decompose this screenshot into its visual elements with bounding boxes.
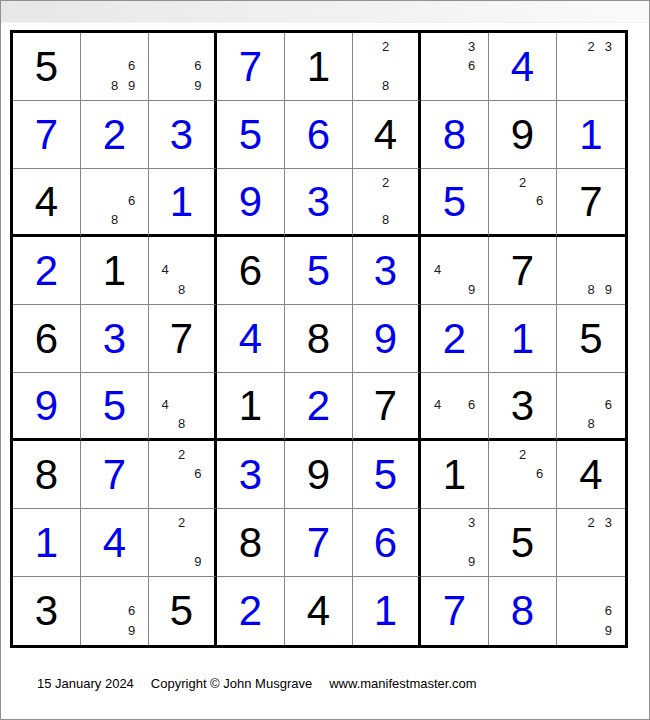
- entered-digit: 9: [353, 305, 418, 372]
- candidate-9: 9: [463, 280, 480, 299]
- cell-r6c9[interactable]: 68: [557, 373, 625, 441]
- candidate-empty: [89, 173, 106, 192]
- cell-r4c2[interactable]: 1: [81, 237, 149, 305]
- cell-r6c2[interactable]: 5: [81, 373, 149, 441]
- cell-r9c5[interactable]: 4: [285, 577, 353, 645]
- entered-digit: 6: [353, 509, 418, 576]
- entered-digit: 1: [353, 577, 418, 645]
- cell-r7c5[interactable]: 9: [285, 441, 353, 509]
- cell-r2c6[interactable]: 4: [353, 101, 421, 169]
- candidate-empty: [600, 581, 617, 601]
- candidate-empty: [394, 76, 410, 95]
- candidate-empty: [190, 37, 206, 56]
- candidates: 48: [149, 373, 214, 438]
- cell-r8c3[interactable]: 29: [149, 509, 217, 577]
- candidate-empty: [565, 260, 582, 279]
- cell-r1c2[interactable]: 689: [81, 33, 149, 101]
- entered-digit: 5: [285, 237, 352, 304]
- cell-r7c7[interactable]: 1: [421, 441, 489, 509]
- candidate-empty: [157, 484, 173, 503]
- cell-r8c8[interactable]: 5: [489, 509, 557, 577]
- candidate-3: 3: [463, 37, 480, 56]
- candidate-empty: [446, 377, 463, 396]
- cell-r9c9[interactable]: 69: [557, 577, 625, 645]
- cell-r3c6[interactable]: 28: [353, 169, 421, 237]
- cell-r8c1[interactable]: 1: [13, 509, 81, 577]
- cell-r9c8[interactable]: 8: [489, 577, 557, 645]
- candidate-empty: [582, 76, 599, 95]
- candidates: 48: [149, 237, 214, 304]
- candidate-empty: [106, 601, 123, 621]
- given-digit: 5: [489, 509, 556, 576]
- candidate-empty: [190, 414, 206, 433]
- candidate-empty: [173, 532, 189, 551]
- candidate-3: 3: [600, 513, 617, 532]
- candidate-empty: [582, 260, 599, 279]
- cell-r1c6[interactable]: 28: [353, 33, 421, 101]
- candidate-empty: [361, 173, 377, 192]
- footer-website: www.manifestmaster.com: [329, 676, 476, 691]
- candidate-empty: [446, 532, 463, 551]
- given-digit: 5: [149, 577, 214, 645]
- candidates: 26: [489, 441, 556, 508]
- candidates: 69: [149, 33, 214, 100]
- candidate-empty: [89, 56, 106, 75]
- candidate-empty: [190, 377, 206, 396]
- entered-digit: 2: [421, 305, 488, 372]
- candidate-empty: [361, 210, 377, 229]
- cell-r6c4[interactable]: 1: [217, 373, 285, 441]
- entered-digit: 2: [217, 577, 284, 645]
- cell-r3c2[interactable]: 68: [81, 169, 149, 237]
- candidate-empty: [106, 37, 123, 56]
- candidate-empty: [565, 37, 582, 56]
- candidate-2: 2: [173, 513, 189, 532]
- candidate-empty: [394, 37, 410, 56]
- candidate-empty: [157, 532, 173, 551]
- cell-r4c1[interactable]: 2: [13, 237, 81, 305]
- entered-digit: 5: [353, 441, 418, 508]
- candidate-empty: [157, 513, 173, 532]
- candidates: 28: [353, 169, 418, 234]
- candidate-empty: [514, 210, 531, 229]
- cell-r7c2[interactable]: 7: [81, 441, 149, 509]
- cell-r4c9[interactable]: 89: [557, 237, 625, 305]
- cell-r9c3[interactable]: 5: [149, 577, 217, 645]
- application-window: 5689697128364237235648914681932852672148…: [0, 0, 650, 720]
- entered-digit: 5: [421, 169, 488, 234]
- candidate-4: 4: [429, 396, 446, 415]
- cell-r2c3[interactable]: 3: [149, 101, 217, 169]
- cell-r6c7[interactable]: 46: [421, 373, 489, 441]
- cell-r6c8[interactable]: 3: [489, 373, 557, 441]
- candidate-empty: [582, 377, 599, 396]
- cell-r3c4[interactable]: 9: [217, 169, 285, 237]
- candidate-empty: [429, 241, 446, 260]
- candidate-3: 3: [463, 513, 480, 532]
- candidate-3: 3: [600, 37, 617, 56]
- candidate-empty: [361, 76, 377, 95]
- cell-r1c5[interactable]: 1: [285, 33, 353, 101]
- candidates: 29: [149, 509, 214, 576]
- entered-digit: 3: [285, 169, 352, 234]
- given-digit: 5: [13, 33, 80, 100]
- candidate-6: 6: [600, 396, 617, 415]
- candidate-empty: [600, 532, 617, 551]
- candidate-empty: [173, 37, 189, 56]
- given-digit: 4: [13, 169, 80, 234]
- cell-r1c9[interactable]: 23: [557, 33, 625, 101]
- cell-r2c4[interactable]: 5: [217, 101, 285, 169]
- cell-r2c7[interactable]: 8: [421, 101, 489, 169]
- given-digit: 6: [13, 305, 80, 372]
- cell-r8c5[interactable]: 7: [285, 509, 353, 577]
- entered-digit: 4: [81, 509, 148, 576]
- candidate-2: 2: [582, 37, 599, 56]
- candidate-4: 4: [429, 260, 446, 279]
- candidate-8: 8: [582, 414, 599, 433]
- candidate-empty: [106, 581, 123, 601]
- cell-r6c6[interactable]: 7: [353, 373, 421, 441]
- candidate-empty: [190, 260, 206, 279]
- candidate-empty: [446, 241, 463, 260]
- candidate-empty: [514, 464, 531, 483]
- entered-digit: 1: [149, 169, 214, 234]
- cell-r3c5[interactable]: 3: [285, 169, 353, 237]
- candidate-empty: [446, 260, 463, 279]
- candidate-empty: [446, 37, 463, 56]
- cell-r3c3[interactable]: 1: [149, 169, 217, 237]
- candidate-empty: [429, 414, 446, 433]
- candidate-empty: [89, 620, 106, 640]
- candidate-empty: [565, 76, 582, 95]
- cell-r5c6[interactable]: 9: [353, 305, 421, 373]
- candidate-empty: [394, 192, 410, 211]
- entered-digit: 3: [217, 441, 284, 508]
- candidate-empty: [600, 76, 617, 95]
- cell-r9c1[interactable]: 3: [13, 577, 81, 645]
- cell-r5c5[interactable]: 8: [285, 305, 353, 373]
- candidate-6: 6: [190, 56, 206, 75]
- candidate-empty: [173, 56, 189, 75]
- candidate-empty: [157, 37, 173, 56]
- candidate-9: 9: [123, 76, 140, 95]
- candidate-9: 9: [190, 552, 206, 571]
- candidate-empty: [173, 76, 189, 95]
- candidates: 689: [81, 33, 148, 100]
- candidate-empty: [565, 532, 582, 551]
- given-digit: 8: [217, 509, 284, 576]
- cell-r8c9[interactable]: 23: [557, 509, 625, 577]
- cell-r1c1[interactable]: 5: [13, 33, 81, 101]
- candidate-empty: [531, 484, 548, 503]
- candidate-2: 2: [173, 445, 189, 464]
- cell-r4c7[interactable]: 49: [421, 237, 489, 305]
- candidate-empty: [565, 280, 582, 299]
- candidate-empty: [394, 210, 410, 229]
- candidate-empty: [446, 513, 463, 532]
- cell-r7c3[interactable]: 26: [149, 441, 217, 509]
- cell-r5c7[interactable]: 2: [421, 305, 489, 373]
- given-digit: 4: [285, 577, 352, 645]
- cell-r1c3[interactable]: 69: [149, 33, 217, 101]
- candidate-2: 2: [514, 445, 531, 464]
- given-digit: 8: [13, 441, 80, 508]
- candidate-empty: [157, 552, 173, 571]
- candidates: 68: [557, 373, 625, 438]
- cell-r5c9[interactable]: 5: [557, 305, 625, 373]
- given-digit: 9: [285, 441, 352, 508]
- given-digit: 7: [353, 373, 418, 438]
- entered-digit: 5: [81, 373, 148, 438]
- cell-r8c7[interactable]: 39: [421, 509, 489, 577]
- candidate-empty: [463, 532, 480, 551]
- candidate-6: 6: [123, 601, 140, 621]
- cell-r2c5[interactable]: 6: [285, 101, 353, 169]
- footer-copyright: Copyright © John Musgrave: [151, 676, 312, 691]
- candidate-empty: [157, 280, 173, 299]
- entered-digit: 2: [285, 373, 352, 438]
- candidate-empty: [123, 581, 140, 601]
- entered-digit: 2: [81, 101, 148, 168]
- cell-r4c6[interactable]: 3: [353, 237, 421, 305]
- candidate-empty: [600, 377, 617, 396]
- candidate-empty: [582, 396, 599, 415]
- cell-r8c4[interactable]: 8: [217, 509, 285, 577]
- cell-r7c9[interactable]: 4: [557, 441, 625, 509]
- candidates: 26: [149, 441, 214, 508]
- cell-r6c3[interactable]: 48: [149, 373, 217, 441]
- given-digit: 5: [557, 305, 625, 372]
- candidates: 26: [489, 169, 556, 234]
- candidate-2: 2: [377, 37, 393, 56]
- entered-digit: 3: [149, 101, 214, 168]
- candidate-2: 2: [582, 513, 599, 532]
- candidate-9: 9: [190, 76, 206, 95]
- candidate-empty: [429, 56, 446, 75]
- cell-r6c1[interactable]: 9: [13, 373, 81, 441]
- candidate-empty: [361, 37, 377, 56]
- candidate-empty: [190, 396, 206, 415]
- given-digit: 1: [421, 441, 488, 508]
- given-digit: 9: [489, 101, 556, 168]
- cell-r9c4[interactable]: 2: [217, 577, 285, 645]
- cell-r3c9[interactable]: 7: [557, 169, 625, 237]
- candidate-empty: [582, 620, 599, 640]
- entered-digit: 7: [285, 509, 352, 576]
- candidate-empty: [173, 396, 189, 415]
- entered-digit: 7: [81, 441, 148, 508]
- candidate-empty: [565, 513, 582, 532]
- candidate-empty: [123, 37, 140, 56]
- candidate-empty: [446, 56, 463, 75]
- candidate-empty: [429, 532, 446, 551]
- cell-r3c7[interactable]: 5: [421, 169, 489, 237]
- cell-r9c6[interactable]: 1: [353, 577, 421, 645]
- candidates: 68: [81, 169, 148, 234]
- candidate-empty: [89, 76, 106, 95]
- given-digit: 8: [285, 305, 352, 372]
- candidate-empty: [106, 56, 123, 75]
- entered-digit: 9: [217, 169, 284, 234]
- candidates: 89: [557, 237, 625, 304]
- candidates: 28: [353, 33, 418, 100]
- candidate-6: 6: [531, 192, 548, 211]
- entered-digit: 4: [489, 33, 556, 100]
- candidate-empty: [582, 581, 599, 601]
- candidate-empty: [582, 56, 599, 75]
- candidate-9: 9: [463, 552, 480, 571]
- cell-r5c8[interactable]: 1: [489, 305, 557, 373]
- candidate-2: 2: [514, 173, 531, 192]
- candidate-empty: [565, 377, 582, 396]
- candidate-empty: [497, 173, 514, 192]
- footer-date: 15 January 2024: [37, 676, 134, 691]
- candidate-empty: [429, 513, 446, 532]
- candidate-empty: [157, 76, 173, 95]
- candidate-empty: [514, 484, 531, 503]
- candidate-empty: [106, 620, 123, 640]
- candidate-4: 4: [157, 396, 173, 415]
- candidate-empty: [463, 260, 480, 279]
- candidate-empty: [394, 173, 410, 192]
- candidate-empty: [565, 56, 582, 75]
- cell-r7c4[interactable]: 3: [217, 441, 285, 509]
- entered-digit: 4: [217, 305, 284, 372]
- candidate-empty: [600, 56, 617, 75]
- candidate-empty: [157, 464, 173, 483]
- candidate-empty: [89, 601, 106, 621]
- entered-digit: 2: [13, 237, 80, 304]
- candidate-6: 6: [463, 56, 480, 75]
- sudoku-grid: 5689697128364237235648914681932852672148…: [10, 30, 628, 648]
- candidate-8: 8: [173, 414, 189, 433]
- entered-digit: 1: [13, 509, 80, 576]
- entered-digit: 8: [489, 577, 556, 645]
- candidate-empty: [173, 377, 189, 396]
- candidate-9: 9: [123, 620, 140, 640]
- candidates: 69: [557, 577, 625, 645]
- given-digit: 3: [489, 373, 556, 438]
- candidate-empty: [429, 280, 446, 299]
- entered-digit: 3: [81, 305, 148, 372]
- candidate-empty: [463, 377, 480, 396]
- candidate-empty: [463, 414, 480, 433]
- candidate-empty: [497, 192, 514, 211]
- candidate-6: 6: [600, 601, 617, 621]
- candidate-empty: [106, 192, 123, 211]
- candidate-empty: [565, 241, 582, 260]
- candidate-empty: [582, 532, 599, 551]
- given-digit: 7: [489, 237, 556, 304]
- candidate-9: 9: [600, 280, 617, 299]
- cell-r8c6[interactable]: 6: [353, 509, 421, 577]
- candidate-empty: [89, 192, 106, 211]
- cell-r5c4[interactable]: 4: [217, 305, 285, 373]
- given-digit: 4: [557, 441, 625, 508]
- candidate-empty: [190, 445, 206, 464]
- candidate-2: 2: [377, 173, 393, 192]
- candidate-empty: [463, 76, 480, 95]
- given-digit: 1: [285, 33, 352, 100]
- candidate-empty: [173, 484, 189, 503]
- cell-r5c1[interactable]: 6: [13, 305, 81, 373]
- cell-r7c1[interactable]: 8: [13, 441, 81, 509]
- candidate-empty: [157, 56, 173, 75]
- candidate-empty: [446, 280, 463, 299]
- candidate-8: 8: [106, 76, 123, 95]
- cell-r1c7[interactable]: 36: [421, 33, 489, 101]
- cell-r6c5[interactable]: 2: [285, 373, 353, 441]
- cell-r3c1[interactable]: 4: [13, 169, 81, 237]
- cell-r4c4[interactable]: 6: [217, 237, 285, 305]
- cell-r5c2[interactable]: 3: [81, 305, 149, 373]
- cell-r9c2[interactable]: 69: [81, 577, 149, 645]
- entered-digit: 7: [217, 33, 284, 100]
- cell-r2c2[interactable]: 2: [81, 101, 149, 169]
- cell-r8c2[interactable]: 4: [81, 509, 149, 577]
- candidate-empty: [173, 260, 189, 279]
- given-digit: 1: [81, 237, 148, 304]
- candidate-4: 4: [157, 260, 173, 279]
- candidate-8: 8: [377, 210, 393, 229]
- cell-r2c1[interactable]: 7: [13, 101, 81, 169]
- given-digit: 3: [13, 577, 80, 645]
- cell-r1c8[interactable]: 4: [489, 33, 557, 101]
- candidate-8: 8: [377, 76, 393, 95]
- cell-r7c6[interactable]: 5: [353, 441, 421, 509]
- candidate-empty: [157, 445, 173, 464]
- candidate-empty: [582, 241, 599, 260]
- candidate-empty: [429, 37, 446, 56]
- candidate-empty: [565, 620, 582, 640]
- candidate-empty: [123, 210, 140, 229]
- candidate-6: 6: [123, 192, 140, 211]
- candidate-empty: [497, 445, 514, 464]
- candidate-empty: [106, 173, 123, 192]
- candidate-empty: [394, 56, 410, 75]
- cell-r9c7[interactable]: 7: [421, 577, 489, 645]
- cell-r3c8[interactable]: 26: [489, 169, 557, 237]
- candidate-empty: [446, 396, 463, 415]
- candidate-empty: [429, 76, 446, 95]
- candidate-empty: [361, 192, 377, 211]
- cell-r5c3[interactable]: 7: [149, 305, 217, 373]
- given-digit: 6: [217, 237, 284, 304]
- cell-r7c8[interactable]: 26: [489, 441, 557, 509]
- entered-digit: 8: [421, 101, 488, 168]
- given-digit: 4: [353, 101, 418, 168]
- candidate-8: 8: [106, 210, 123, 229]
- cell-r1c4[interactable]: 7: [217, 33, 285, 101]
- cell-r4c5[interactable]: 5: [285, 237, 353, 305]
- candidate-empty: [497, 210, 514, 229]
- cell-r4c8[interactable]: 7: [489, 237, 557, 305]
- candidate-empty: [123, 173, 140, 192]
- candidate-empty: [600, 552, 617, 571]
- candidates: 46: [421, 373, 488, 438]
- cell-r2c9[interactable]: 1: [557, 101, 625, 169]
- candidate-6: 6: [531, 464, 548, 483]
- candidate-empty: [173, 552, 189, 571]
- candidate-empty: [497, 464, 514, 483]
- candidate-empty: [157, 414, 173, 433]
- candidate-9: 9: [600, 620, 617, 640]
- cell-r4c3[interactable]: 48: [149, 237, 217, 305]
- cell-r2c8[interactable]: 9: [489, 101, 557, 169]
- candidate-empty: [600, 260, 617, 279]
- entered-digit: 1: [557, 101, 625, 168]
